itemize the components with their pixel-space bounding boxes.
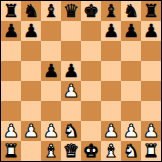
white-pawn-h2[interactable]: ♟	[143, 121, 159, 141]
black-pawn-b7[interactable]: ♟	[23, 21, 39, 41]
square-b6[interactable]	[21, 41, 41, 61]
white-king-e1[interactable]: ♚	[83, 141, 99, 161]
square-f7[interactable]: ♟	[101, 21, 121, 41]
square-d7[interactable]	[61, 21, 81, 41]
square-d8[interactable]: ♛	[61, 1, 81, 21]
square-h2[interactable]: ♟	[141, 121, 161, 141]
white-pawn-f2[interactable]: ♟	[103, 121, 119, 141]
black-rook-a8[interactable]: ♜	[3, 1, 19, 21]
black-pawn-d5[interactable]: ♟	[63, 61, 79, 81]
square-h5[interactable]	[141, 61, 161, 81]
chess-board: ♜♞♝♛♚♝♞♜♟♟♟♟♟♟♟♟♟♟♟♞♟♟♟♜♝♛♚♝♞♜	[1, 1, 161, 161]
square-h4[interactable]	[141, 81, 161, 101]
square-f2[interactable]: ♟	[101, 121, 121, 141]
white-knight-d2[interactable]: ♞	[63, 121, 79, 141]
square-g2[interactable]: ♟	[121, 121, 141, 141]
black-knight-g8[interactable]: ♞	[123, 1, 139, 21]
square-c3[interactable]	[41, 101, 61, 121]
white-rook-h1[interactable]: ♜	[143, 141, 159, 161]
square-h7[interactable]: ♟	[141, 21, 161, 41]
square-e7[interactable]	[81, 21, 101, 41]
black-king-e8[interactable]: ♚	[83, 1, 99, 21]
square-b2[interactable]: ♟	[21, 121, 41, 141]
white-pawn-b2[interactable]: ♟	[23, 121, 39, 141]
square-a6[interactable]	[1, 41, 21, 61]
square-b4[interactable]	[21, 81, 41, 101]
white-pawn-a2[interactable]: ♟	[3, 121, 19, 141]
black-rook-h8[interactable]: ♜	[143, 1, 159, 21]
square-e8[interactable]: ♚	[81, 1, 101, 21]
black-pawn-f7[interactable]: ♟	[103, 21, 119, 41]
square-c7[interactable]	[41, 21, 61, 41]
square-e1[interactable]: ♚	[81, 141, 101, 161]
square-d3[interactable]	[61, 101, 81, 121]
square-h3[interactable]	[141, 101, 161, 121]
black-pawn-g7[interactable]: ♟	[123, 21, 139, 41]
black-queen-d8[interactable]: ♛	[63, 1, 79, 21]
square-a4[interactable]	[1, 81, 21, 101]
square-h8[interactable]: ♜	[141, 1, 161, 21]
square-g1[interactable]: ♞	[121, 141, 141, 161]
white-queen-d1[interactable]: ♛	[63, 141, 79, 161]
black-pawn-a7[interactable]: ♟	[3, 21, 19, 41]
square-g4[interactable]	[121, 81, 141, 101]
square-f8[interactable]: ♝	[101, 1, 121, 21]
square-c8[interactable]: ♝	[41, 1, 61, 21]
white-bishop-f1[interactable]: ♝	[103, 141, 119, 161]
square-d1[interactable]: ♛	[61, 141, 81, 161]
square-c1[interactable]: ♝	[41, 141, 61, 161]
black-pawn-c5[interactable]: ♟	[43, 61, 59, 81]
square-g6[interactable]	[121, 41, 141, 61]
square-c5[interactable]: ♟	[41, 61, 61, 81]
square-e6[interactable]	[81, 41, 101, 61]
square-c2[interactable]: ♟	[41, 121, 61, 141]
white-pawn-d4[interactable]: ♟	[63, 81, 79, 101]
square-a1[interactable]: ♜	[1, 141, 21, 161]
black-bishop-c8[interactable]: ♝	[43, 1, 59, 21]
square-f1[interactable]: ♝	[101, 141, 121, 161]
square-f4[interactable]	[101, 81, 121, 101]
square-a3[interactable]	[1, 101, 21, 121]
square-e3[interactable]	[81, 101, 101, 121]
square-b5[interactable]	[21, 61, 41, 81]
square-b3[interactable]	[21, 101, 41, 121]
square-c4[interactable]	[41, 81, 61, 101]
square-g8[interactable]: ♞	[121, 1, 141, 21]
black-knight-b8[interactable]: ♞	[23, 1, 39, 21]
square-f5[interactable]	[101, 61, 121, 81]
square-g7[interactable]: ♟	[121, 21, 141, 41]
white-knight-g1[interactable]: ♞	[123, 141, 139, 161]
white-rook-a1[interactable]: ♜	[3, 141, 19, 161]
square-h1[interactable]: ♜	[141, 141, 161, 161]
white-bishop-c1[interactable]: ♝	[43, 141, 59, 161]
white-pawn-c2[interactable]: ♟	[43, 121, 59, 141]
square-a8[interactable]: ♜	[1, 1, 21, 21]
square-d4[interactable]: ♟	[61, 81, 81, 101]
black-pawn-h7[interactable]: ♟	[143, 21, 159, 41]
square-a5[interactable]	[1, 61, 21, 81]
square-b7[interactable]: ♟	[21, 21, 41, 41]
square-d2[interactable]: ♞	[61, 121, 81, 141]
square-e2[interactable]	[81, 121, 101, 141]
square-c6[interactable]	[41, 41, 61, 61]
square-b8[interactable]: ♞	[21, 1, 41, 21]
chess-board-frame: ♜♞♝♛♚♝♞♜♟♟♟♟♟♟♟♟♟♟♟♞♟♟♟♜♝♛♚♝♞♜	[0, 0, 162, 162]
square-b1[interactable]	[21, 141, 41, 161]
square-a7[interactable]: ♟	[1, 21, 21, 41]
white-pawn-g2[interactable]: ♟	[123, 121, 139, 141]
square-d6[interactable]	[61, 41, 81, 61]
square-h6[interactable]	[141, 41, 161, 61]
square-f3[interactable]	[101, 101, 121, 121]
black-bishop-f8[interactable]: ♝	[103, 1, 119, 21]
square-e4[interactable]	[81, 81, 101, 101]
square-g5[interactable]	[121, 61, 141, 81]
square-a2[interactable]: ♟	[1, 121, 21, 141]
square-g3[interactable]	[121, 101, 141, 121]
square-d5[interactable]: ♟	[61, 61, 81, 81]
square-f6[interactable]	[101, 41, 121, 61]
square-e5[interactable]	[81, 61, 101, 81]
